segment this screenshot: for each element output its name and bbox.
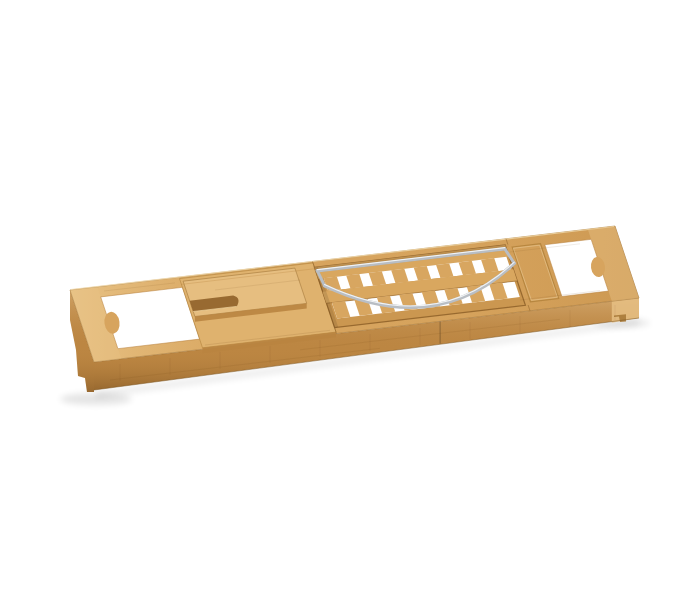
bathtub-caddy-illustration [0, 0, 700, 608]
wine-glass-panel [180, 263, 337, 353]
product-photo-canvas [0, 0, 700, 608]
left-handle [101, 287, 200, 348]
